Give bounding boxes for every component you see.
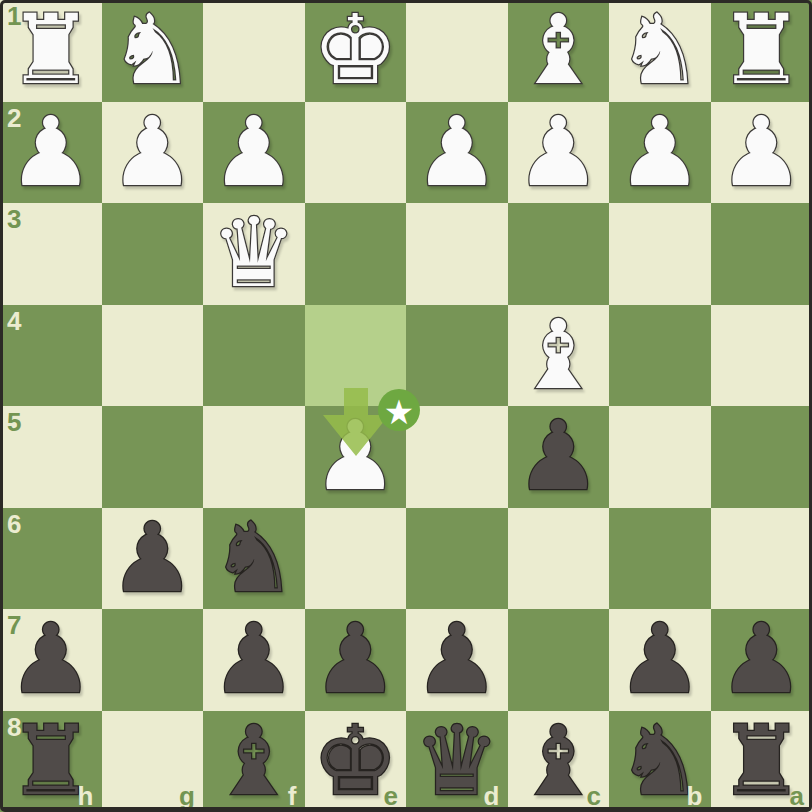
rank-label-6: 6 [7, 511, 21, 537]
piece-white-pawn[interactable]: ♟ [8, 102, 94, 203]
square-f3[interactable]: ♛ [203, 203, 305, 305]
square-d1[interactable] [406, 0, 508, 102]
piece-black-knight[interactable]: ♞ [617, 711, 703, 812]
square-e5[interactable]: ♟ [305, 406, 407, 508]
piece-white-pawn[interactable]: ♟ [211, 102, 297, 203]
square-f8[interactable]: ♝f [203, 711, 305, 812]
piece-white-bishop[interactable]: ♝ [515, 0, 601, 101]
square-d2[interactable]: ♟ [406, 102, 508, 204]
square-a8[interactable]: ♜a [711, 711, 812, 812]
piece-black-king[interactable]: ♚ [312, 711, 398, 812]
square-f5[interactable] [203, 406, 305, 508]
square-d6[interactable] [406, 508, 508, 610]
square-b5[interactable] [609, 406, 711, 508]
square-b4[interactable] [609, 305, 711, 407]
piece-white-pawn[interactable]: ♟ [718, 102, 804, 203]
square-h7[interactable]: ♟7 [0, 609, 102, 711]
square-g3[interactable] [102, 203, 204, 305]
square-f7[interactable]: ♟ [203, 609, 305, 711]
piece-white-rook[interactable]: ♜ [8, 0, 94, 101]
piece-black-pawn[interactable]: ♟ [718, 609, 804, 710]
square-c2[interactable]: ♟ [508, 102, 610, 204]
piece-white-queen[interactable]: ♛ [211, 203, 297, 304]
square-f4[interactable] [203, 305, 305, 407]
square-b3[interactable] [609, 203, 711, 305]
piece-black-rook[interactable]: ♜ [8, 711, 94, 812]
square-b7[interactable]: ♟ [609, 609, 711, 711]
square-a3[interactable] [711, 203, 812, 305]
square-g7[interactable] [102, 609, 204, 711]
square-d7[interactable]: ♟ [406, 609, 508, 711]
square-h5[interactable]: 5 [0, 406, 102, 508]
piece-black-pawn[interactable]: ♟ [109, 508, 195, 609]
square-g2[interactable]: ♟ [102, 102, 204, 204]
square-c6[interactable] [508, 508, 610, 610]
piece-white-king[interactable]: ♚ [312, 0, 398, 101]
square-c5[interactable]: ♟ [508, 406, 610, 508]
square-g4[interactable] [102, 305, 204, 407]
piece-white-bishop[interactable]: ♝ [515, 305, 601, 406]
piece-white-knight[interactable]: ♞ [109, 0, 195, 101]
file-label-g: g [179, 783, 195, 809]
square-c8[interactable]: ♝c [508, 711, 610, 812]
piece-white-pawn[interactable]: ♟ [312, 406, 398, 507]
chess-board: ♜1♞♚♝♞♜♟2♟♟♟♟♟♟3♛4♝5♟♟6♟♞♟7♟♟♟♟♟♜8hg♝f♚e… [0, 0, 812, 812]
square-f2[interactable]: ♟ [203, 102, 305, 204]
square-e3[interactable] [305, 203, 407, 305]
square-h8[interactable]: ♜8h [0, 711, 102, 812]
square-e6[interactable] [305, 508, 407, 610]
square-e1[interactable]: ♚ [305, 0, 407, 102]
piece-white-rook[interactable]: ♜ [718, 0, 804, 101]
square-c1[interactable]: ♝ [508, 0, 610, 102]
piece-black-pawn[interactable]: ♟ [515, 406, 601, 507]
square-b6[interactable] [609, 508, 711, 610]
square-h1[interactable]: ♜1 [0, 0, 102, 102]
square-d5[interactable] [406, 406, 508, 508]
square-e2[interactable] [305, 102, 407, 204]
square-f1[interactable] [203, 0, 305, 102]
square-h4[interactable]: 4 [0, 305, 102, 407]
piece-black-pawn[interactable]: ♟ [617, 609, 703, 710]
rank-label-5: 5 [7, 409, 21, 435]
square-b2[interactable]: ♟ [609, 102, 711, 204]
piece-white-pawn[interactable]: ♟ [109, 102, 195, 203]
square-a7[interactable]: ♟ [711, 609, 812, 711]
square-a4[interactable] [711, 305, 812, 407]
square-e7[interactable]: ♟ [305, 609, 407, 711]
piece-black-pawn[interactable]: ♟ [414, 609, 500, 710]
square-h2[interactable]: ♟2 [0, 102, 102, 204]
square-c7[interactable] [508, 609, 610, 711]
rank-label-3: 3 [7, 206, 21, 232]
square-c4[interactable]: ♝ [508, 305, 610, 407]
piece-black-pawn[interactable]: ♟ [312, 609, 398, 710]
square-f6[interactable]: ♞ [203, 508, 305, 610]
square-a2[interactable]: ♟ [711, 102, 812, 204]
square-d4[interactable] [406, 305, 508, 407]
square-a1[interactable]: ♜ [711, 0, 812, 102]
square-d3[interactable] [406, 203, 508, 305]
piece-black-knight[interactable]: ♞ [211, 508, 297, 609]
piece-black-bishop[interactable]: ♝ [515, 711, 601, 812]
rank-label-4: 4 [7, 308, 21, 334]
square-e8[interactable]: ♚e [305, 711, 407, 812]
square-b1[interactable]: ♞ [609, 0, 711, 102]
square-b8[interactable]: ♞b [609, 711, 711, 812]
square-h6[interactable]: 6 [0, 508, 102, 610]
square-g1[interactable]: ♞ [102, 0, 204, 102]
piece-white-knight[interactable]: ♞ [617, 0, 703, 101]
piece-white-pawn[interactable]: ♟ [617, 102, 703, 203]
piece-black-queen[interactable]: ♛ [414, 711, 500, 812]
piece-black-bishop[interactable]: ♝ [211, 711, 297, 812]
piece-black-pawn[interactable]: ♟ [8, 609, 94, 710]
square-g6[interactable]: ♟ [102, 508, 204, 610]
square-e4[interactable] [305, 305, 407, 407]
piece-white-pawn[interactable]: ♟ [515, 102, 601, 203]
square-g5[interactable] [102, 406, 204, 508]
square-g8[interactable]: g [102, 711, 204, 812]
piece-white-pawn[interactable]: ♟ [414, 102, 500, 203]
square-a6[interactable] [711, 508, 812, 610]
piece-black-pawn[interactable]: ♟ [211, 609, 297, 710]
square-d8[interactable]: ♛d [406, 711, 508, 812]
piece-black-rook[interactable]: ♜ [718, 711, 804, 812]
square-c3[interactable] [508, 203, 610, 305]
square-h3[interactable]: 3 [0, 203, 102, 305]
square-a5[interactable] [711, 406, 812, 508]
